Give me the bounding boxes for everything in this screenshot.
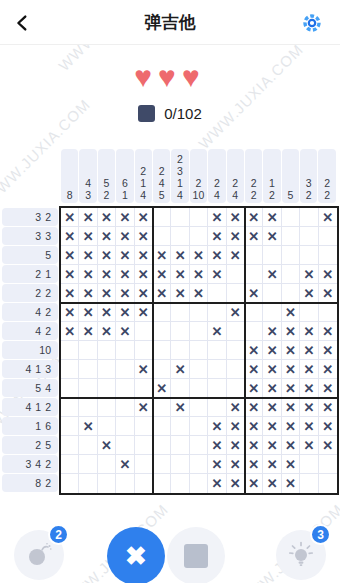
cell-r5c15[interactable]: ✕ — [319, 284, 337, 303]
col-clue-2: 43 — [79, 149, 96, 203]
cell-r2c5[interactable]: ✕ — [135, 227, 153, 246]
x-mark: ✕ — [285, 420, 296, 433]
cell-r15c10[interactable]: ✕ — [227, 474, 245, 493]
cell-r13c15[interactable]: ✕ — [319, 436, 337, 455]
cell-r14c12[interactable]: ✕ — [263, 455, 281, 474]
x-mark: ✕ — [101, 268, 112, 281]
x-mark: ✕ — [267, 477, 278, 490]
cell-r14c1[interactable] — [61, 455, 79, 474]
cell-r5c5[interactable]: ✕ — [135, 284, 153, 303]
cell-r8c2[interactable] — [79, 341, 97, 360]
cell-r7c13[interactable]: ✕ — [282, 322, 300, 341]
cell-r2c1[interactable]: ✕ — [61, 227, 79, 246]
cell-r1c5[interactable]: ✕ — [135, 208, 153, 227]
cell-r12c4[interactable] — [116, 417, 134, 436]
cell-r8c9[interactable] — [208, 341, 226, 360]
cell-r15c12[interactable]: ✕ — [263, 474, 281, 493]
cell-r1c14[interactable] — [300, 208, 318, 227]
fill-square-icon — [184, 544, 208, 568]
cell-r5c10[interactable] — [227, 284, 245, 303]
cell-r8c10[interactable] — [227, 341, 245, 360]
cell-r4c9[interactable]: ✕ — [208, 265, 226, 284]
cell-r8c14[interactable]: ✕ — [300, 341, 318, 360]
cell-r13c6[interactable] — [153, 436, 171, 455]
cell-r11c5[interactable]: ✕ — [135, 398, 153, 417]
x-mark: ✕ — [64, 306, 75, 319]
lightbulb-icon — [286, 540, 316, 570]
cell-r1c12[interactable]: ✕ — [263, 208, 281, 227]
cell-r11c6[interactable] — [153, 398, 171, 417]
cell-r8c11[interactable]: ✕ — [245, 341, 263, 360]
x-mark: ✕ — [138, 249, 149, 262]
cell-r10c6[interactable]: ✕ — [153, 379, 171, 398]
cell-r7c9[interactable]: ✕ — [208, 322, 226, 341]
cell-r4c10[interactable] — [227, 265, 245, 284]
x-mark: ✕ — [193, 268, 204, 281]
cell-r1c10[interactable]: ✕ — [227, 208, 245, 227]
cell-r13c4[interactable] — [116, 436, 134, 455]
cell-r7c11[interactable] — [245, 322, 263, 341]
cell-r3c7[interactable]: ✕ — [171, 246, 189, 265]
x-mark: ✕ — [119, 230, 130, 243]
cell-r5c9[interactable] — [208, 284, 226, 303]
col-clue-1: 8 — [61, 149, 78, 203]
cell-r3c3[interactable]: ✕ — [98, 246, 116, 265]
cell-r14c15[interactable] — [319, 455, 337, 474]
cell-r10c14[interactable]: ✕ — [300, 379, 318, 398]
x-mark: ✕ — [119, 306, 130, 319]
cell-r9c5[interactable]: ✕ — [135, 360, 153, 379]
cell-r3c8[interactable]: ✕ — [190, 246, 208, 265]
cell-r4c15[interactable]: ✕ — [319, 265, 337, 284]
mark-x-tool-button[interactable]: ✖ — [107, 527, 165, 583]
cell-r12c10[interactable]: ✕ — [227, 417, 245, 436]
cell-r5c11[interactable]: ✕ — [245, 284, 263, 303]
cell-r2c9[interactable]: ✕ — [208, 227, 226, 246]
cell-r10c10[interactable] — [227, 379, 245, 398]
cell-r10c9[interactable] — [208, 379, 226, 398]
cell-r12c3[interactable] — [98, 417, 116, 436]
cell-r11c8[interactable] — [190, 398, 208, 417]
cell-r3c11[interactable] — [245, 246, 263, 265]
cell-r2c6[interactable] — [153, 227, 171, 246]
x-mark: ✕ — [193, 249, 204, 262]
row-clues: 32335212242421041354412162534282 — [2, 208, 58, 492]
cell-r14c4[interactable]: ✕ — [116, 455, 134, 474]
cell-r5c13[interactable] — [282, 284, 300, 303]
col-clue-3: 52 — [98, 149, 115, 203]
cell-r10c4[interactable] — [116, 379, 134, 398]
cell-r9c1[interactable] — [61, 360, 79, 379]
cell-r1c3[interactable]: ✕ — [98, 208, 116, 227]
cell-r10c3[interactable] — [98, 379, 116, 398]
cell-r2c13[interactable] — [282, 227, 300, 246]
cell-r3c6[interactable]: ✕ — [153, 246, 171, 265]
cell-r5c14[interactable]: ✕ — [300, 284, 318, 303]
cell-r12c11[interactable]: ✕ — [245, 417, 263, 436]
cell-r14c14[interactable] — [300, 455, 318, 474]
cell-r15c11[interactable]: ✕ — [245, 474, 263, 493]
x-mark: ✕ — [211, 325, 222, 338]
x-mark: ✕ — [248, 420, 259, 433]
cell-r10c12[interactable]: ✕ — [263, 379, 281, 398]
x-mark: ✕ — [175, 268, 186, 281]
cell-r4c11[interactable] — [245, 265, 263, 284]
cell-r3c4[interactable]: ✕ — [116, 246, 134, 265]
x-mark: ✕ — [322, 287, 333, 300]
x-mark: ✕ — [248, 287, 259, 300]
cell-r11c10[interactable]: ✕ — [227, 398, 245, 417]
x-mark: ✕ — [230, 401, 241, 414]
settings-button[interactable] — [298, 9, 326, 37]
cell-r8c6[interactable] — [153, 341, 171, 360]
cell-r9c15[interactable]: ✕ — [319, 360, 337, 379]
x-mark: ✕ — [303, 287, 314, 300]
filled-cell-swatch — [138, 105, 155, 122]
cell-r9c2[interactable] — [79, 360, 97, 379]
cell-r6c15[interactable] — [319, 303, 337, 322]
cell-r8c3[interactable] — [98, 341, 116, 360]
cell-r8c4[interactable] — [116, 341, 134, 360]
cell-r12c6[interactable] — [153, 417, 171, 436]
row-clue-3: 5 — [2, 246, 58, 264]
cell-r14c2[interactable] — [79, 455, 97, 474]
cell-r15c13[interactable]: ✕ — [282, 474, 300, 493]
cell-r5c8[interactable]: ✕ — [190, 284, 208, 303]
cell-r10c8[interactable] — [190, 379, 208, 398]
cell-r3c10[interactable]: ✕ — [227, 246, 245, 265]
cell-r14c10[interactable]: ✕ — [227, 455, 245, 474]
cell-r13c9[interactable]: ✕ — [208, 436, 226, 455]
cell-r6c6[interactable] — [153, 303, 171, 322]
cell-r12c5[interactable] — [135, 417, 153, 436]
cell-r7c3[interactable]: ✕ — [98, 322, 116, 341]
cell-r13c7[interactable] — [171, 436, 189, 455]
x-mark: ✕ — [230, 439, 241, 452]
cell-r4c12[interactable]: ✕ — [263, 265, 281, 284]
cell-r1c13[interactable] — [282, 208, 300, 227]
cell-r5c3[interactable]: ✕ — [98, 284, 116, 303]
cell-r15c7[interactable] — [171, 474, 189, 493]
cell-r9c10[interactable] — [227, 360, 245, 379]
cell-r11c1[interactable] — [61, 398, 79, 417]
cell-r6c1[interactable]: ✕ — [61, 303, 79, 322]
cell-r3c15[interactable] — [319, 246, 337, 265]
x-mark: ✕ — [119, 268, 130, 281]
cell-r12c15[interactable]: ✕ — [319, 417, 337, 436]
cell-r1c8[interactable] — [190, 208, 208, 227]
cell-r9c3[interactable] — [98, 360, 116, 379]
hint-tool-button[interactable]: 3 — [276, 530, 326, 580]
cell-r8c8[interactable] — [190, 341, 208, 360]
cell-r12c12[interactable]: ✕ — [263, 417, 281, 436]
x-mark: ✕ — [138, 401, 149, 414]
x-mark: ✕ — [267, 230, 278, 243]
cell-r12c8[interactable] — [190, 417, 208, 436]
cell-r2c11[interactable]: ✕ — [245, 227, 263, 246]
cell-r12c13[interactable]: ✕ — [282, 417, 300, 436]
cell-r11c11[interactable]: ✕ — [245, 398, 263, 417]
cell-r6c3[interactable]: ✕ — [98, 303, 116, 322]
cell-r13c8[interactable] — [190, 436, 208, 455]
cell-r10c13[interactable]: ✕ — [282, 379, 300, 398]
x-mark: ✕ — [230, 306, 241, 319]
x-mark: ✕ — [285, 325, 296, 338]
cell-r15c9[interactable]: ✕ — [208, 474, 226, 493]
cell-r6c10[interactable]: ✕ — [227, 303, 245, 322]
cell-r12c2[interactable]: ✕ — [79, 417, 97, 436]
x-mark: ✕ — [322, 211, 333, 224]
cell-r11c12[interactable]: ✕ — [263, 398, 281, 417]
cell-r11c9[interactable] — [208, 398, 226, 417]
row-clue-7: 42 — [2, 322, 58, 340]
cell-r14c13[interactable]: ✕ — [282, 455, 300, 474]
heart-icon: ♥ — [182, 60, 206, 93]
cell-r1c6[interactable] — [153, 208, 171, 227]
cell-r2c2[interactable]: ✕ — [79, 227, 97, 246]
cell-r2c12[interactable]: ✕ — [263, 227, 281, 246]
cell-r4c14[interactable]: ✕ — [300, 265, 318, 284]
cell-r7c15[interactable]: ✕ — [319, 322, 337, 341]
cell-r3c9[interactable]: ✕ — [208, 246, 226, 265]
cell-r13c1[interactable] — [61, 436, 79, 455]
cell-r12c9[interactable]: ✕ — [208, 417, 226, 436]
x-mark: ✕ — [267, 458, 278, 471]
cell-r7c2[interactable]: ✕ — [79, 322, 97, 341]
cell-r5c2[interactable]: ✕ — [79, 284, 97, 303]
cell-r7c10[interactable] — [227, 322, 245, 341]
cell-r3c1[interactable]: ✕ — [61, 246, 79, 265]
cell-r8c12[interactable]: ✕ — [263, 341, 281, 360]
x-mark: ✕ — [83, 268, 94, 281]
x-mark: ✕ — [230, 477, 241, 490]
cell-r1c2[interactable]: ✕ — [79, 208, 97, 227]
cell-r14c11[interactable]: ✕ — [245, 455, 263, 474]
cell-r5c1[interactable]: ✕ — [61, 284, 79, 303]
x-mark: ✕ — [267, 211, 278, 224]
cell-r14c5[interactable] — [135, 455, 153, 474]
cell-r1c1[interactable]: ✕ — [61, 208, 79, 227]
cell-r8c1[interactable] — [61, 341, 79, 360]
cell-r2c15[interactable] — [319, 227, 337, 246]
cell-r9c7[interactable]: ✕ — [171, 360, 189, 379]
cell-r1c9[interactable]: ✕ — [208, 208, 226, 227]
cell-r2c3[interactable]: ✕ — [98, 227, 116, 246]
cell-r2c4[interactable]: ✕ — [116, 227, 134, 246]
x-mark: ✕ — [267, 382, 278, 395]
cell-r9c14[interactable]: ✕ — [300, 360, 318, 379]
cell-r14c8[interactable] — [190, 455, 208, 474]
thick-line-horizontal — [61, 397, 337, 399]
x-mark: ✕ — [230, 458, 241, 471]
cell-r8c5[interactable] — [135, 341, 153, 360]
cell-r15c8[interactable] — [190, 474, 208, 493]
x-mark: ✕ — [138, 363, 149, 376]
cell-r8c15[interactable]: ✕ — [319, 341, 337, 360]
x-mark: ✕ — [267, 344, 278, 357]
cell-r7c14[interactable]: ✕ — [300, 322, 318, 341]
cell-r6c11[interactable] — [245, 303, 263, 322]
cell-r4c4[interactable]: ✕ — [116, 265, 134, 284]
x-mark: ✕ — [285, 439, 296, 452]
cell-r10c1[interactable] — [61, 379, 79, 398]
thick-line-vertical — [152, 208, 154, 493]
bomb-tool-button[interactable]: 2 — [14, 530, 64, 580]
cell-r11c3[interactable] — [98, 398, 116, 417]
cell-r15c5[interactable] — [135, 474, 153, 493]
cell-r7c5[interactable] — [135, 322, 153, 341]
x-mark: ✕ — [101, 287, 112, 300]
fill-square-tool-button[interactable] — [167, 527, 225, 583]
cell-r7c1[interactable]: ✕ — [61, 322, 79, 341]
cell-r8c13[interactable]: ✕ — [282, 341, 300, 360]
cell-r4c5[interactable]: ✕ — [135, 265, 153, 284]
cell-r6c9[interactable] — [208, 303, 226, 322]
cell-r1c15[interactable]: ✕ — [319, 208, 337, 227]
cell-r9c12[interactable]: ✕ — [263, 360, 281, 379]
cell-r10c7[interactable] — [171, 379, 189, 398]
cell-r14c3[interactable] — [98, 455, 116, 474]
cell-r7c8[interactable] — [190, 322, 208, 341]
cell-r7c12[interactable]: ✕ — [263, 322, 281, 341]
row-clue-6: 42 — [2, 303, 58, 321]
cell-r10c2[interactable] — [79, 379, 97, 398]
cell-r3c14[interactable] — [300, 246, 318, 265]
cell-r7c6[interactable] — [153, 322, 171, 341]
cell-r10c11[interactable]: ✕ — [245, 379, 263, 398]
cell-r13c3[interactable]: ✕ — [98, 436, 116, 455]
cell-r11c14[interactable]: ✕ — [300, 398, 318, 417]
cell-r9c9[interactable] — [208, 360, 226, 379]
cell-r2c10[interactable]: ✕ — [227, 227, 245, 246]
cell-r13c12[interactable]: ✕ — [263, 436, 281, 455]
cell-r6c12[interactable] — [263, 303, 281, 322]
cell-r4c1[interactable]: ✕ — [61, 265, 79, 284]
cell-r9c8[interactable] — [190, 360, 208, 379]
cell-r10c15[interactable]: ✕ — [319, 379, 337, 398]
cell-r3c12[interactable] — [263, 246, 281, 265]
x-mark: ✕ — [322, 439, 333, 452]
x-mark: ✕ — [64, 230, 75, 243]
cell-r3c2[interactable]: ✕ — [79, 246, 97, 265]
cell-r6c14[interactable] — [300, 303, 318, 322]
cell-r12c7[interactable] — [171, 417, 189, 436]
cell-r13c2[interactable] — [79, 436, 97, 455]
x-mark: ✕ — [285, 344, 296, 357]
back-button[interactable] — [10, 10, 36, 36]
x-mark: ✕ — [83, 420, 94, 433]
cell-r6c13[interactable]: ✕ — [282, 303, 300, 322]
cell-r8c7[interactable] — [171, 341, 189, 360]
cell-r11c7[interactable]: ✕ — [171, 398, 189, 417]
x-mark: ✕ — [156, 249, 167, 262]
cell-r4c2[interactable]: ✕ — [79, 265, 97, 284]
row-clue-4: 21 — [2, 265, 58, 283]
cell-r1c7[interactable] — [171, 208, 189, 227]
cell-r10c5[interactable] — [135, 379, 153, 398]
cell-r15c1[interactable] — [61, 474, 79, 493]
cell-r4c7[interactable]: ✕ — [171, 265, 189, 284]
progress-counter: 0/102 — [0, 105, 340, 122]
cell-r9c6[interactable] — [153, 360, 171, 379]
cell-r11c13[interactable]: ✕ — [282, 398, 300, 417]
cell-r14c9[interactable]: ✕ — [208, 455, 226, 474]
cell-r1c4[interactable]: ✕ — [116, 208, 134, 227]
x-mark: ✕ — [322, 325, 333, 338]
cell-r11c2[interactable] — [79, 398, 97, 417]
cell-r3c13[interactable] — [282, 246, 300, 265]
cell-r4c6[interactable]: ✕ — [153, 265, 171, 284]
cell-r6c8[interactable] — [190, 303, 208, 322]
cell-r11c15[interactable]: ✕ — [319, 398, 337, 417]
cell-r15c2[interactable] — [79, 474, 97, 493]
cell-r13c5[interactable] — [135, 436, 153, 455]
cell-r6c4[interactable]: ✕ — [116, 303, 134, 322]
cell-r5c12[interactable] — [263, 284, 281, 303]
cell-r5c7[interactable]: ✕ — [171, 284, 189, 303]
cell-r13c13[interactable]: ✕ — [282, 436, 300, 455]
cell-r12c1[interactable] — [61, 417, 79, 436]
page-title: 弹吉他 — [145, 11, 196, 34]
cell-r4c13[interactable] — [282, 265, 300, 284]
x-mark: ✕ — [285, 382, 296, 395]
cell-r14c6[interactable] — [153, 455, 171, 474]
cell-r6c7[interactable] — [171, 303, 189, 322]
x-mark: ✕ — [175, 249, 186, 262]
cell-r5c6[interactable]: ✕ — [153, 284, 171, 303]
cell-r6c2[interactable]: ✕ — [79, 303, 97, 322]
cell-r9c4[interactable] — [116, 360, 134, 379]
cell-r1c11[interactable]: ✕ — [245, 208, 263, 227]
cell-r15c4[interactable] — [116, 474, 134, 493]
cell-r13c10[interactable]: ✕ — [227, 436, 245, 455]
cell-r7c7[interactable] — [171, 322, 189, 341]
cell-r2c14[interactable] — [300, 227, 318, 246]
cell-r15c15[interactable] — [319, 474, 337, 493]
cell-r9c11[interactable]: ✕ — [245, 360, 263, 379]
x-mark: ✕ — [83, 325, 94, 338]
x-mark: ✕ — [248, 363, 259, 376]
cell-r15c6[interactable] — [153, 474, 171, 493]
row-clue-12: 16 — [2, 417, 58, 435]
x-mark: ✕ — [285, 477, 296, 490]
col-clue-12: 12 — [263, 149, 280, 203]
x-mark: ✕ — [248, 458, 259, 471]
cell-r15c3[interactable] — [98, 474, 116, 493]
x-mark: ✕ — [211, 458, 222, 471]
x-mark: ✕ — [322, 363, 333, 376]
cell-r15c14[interactable] — [300, 474, 318, 493]
row-clue-2: 33 — [2, 227, 58, 245]
cell-r2c7[interactable] — [171, 227, 189, 246]
cell-r9c13[interactable]: ✕ — [282, 360, 300, 379]
cell-r3c5[interactable]: ✕ — [135, 246, 153, 265]
x-mark: ✕ — [303, 344, 314, 357]
cell-r12c14[interactable]: ✕ — [300, 417, 318, 436]
x-mark: ✕ — [193, 287, 204, 300]
cell-r5c4[interactable]: ✕ — [116, 284, 134, 303]
cell-r6c5[interactable]: ✕ — [135, 303, 153, 322]
cell-r11c4[interactable] — [116, 398, 134, 417]
cell-r4c8[interactable]: ✕ — [190, 265, 208, 284]
x-mark: ✕ — [175, 287, 186, 300]
cell-r13c11[interactable]: ✕ — [245, 436, 263, 455]
cell-r4c3[interactable]: ✕ — [98, 265, 116, 284]
cell-r2c8[interactable] — [190, 227, 208, 246]
cell-r13c14[interactable]: ✕ — [300, 436, 318, 455]
cell-r14c7[interactable] — [171, 455, 189, 474]
cell-r7c4[interactable]: ✕ — [116, 322, 134, 341]
